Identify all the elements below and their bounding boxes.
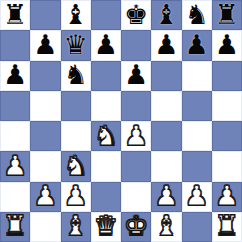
square-e8[interactable]: ♚ — [121, 0, 151, 30]
square-g4[interactable] — [182, 121, 212, 151]
square-d4[interactable]: ♞ — [91, 121, 121, 151]
black-pawn-piece[interactable]: ♟ — [33, 31, 57, 58]
square-f5[interactable] — [151, 91, 181, 121]
square-g2[interactable]: ♟ — [182, 182, 212, 212]
square-d5[interactable] — [91, 91, 121, 121]
square-h1[interactable]: ♜ — [212, 212, 242, 242]
square-b1[interactable] — [30, 212, 60, 242]
white-pawn-piece[interactable]: ♟ — [33, 182, 57, 209]
white-knight-piece[interactable]: ♞ — [94, 122, 118, 149]
black-rook-piece[interactable]: ♜ — [3, 1, 27, 28]
square-d6[interactable] — [91, 61, 121, 91]
black-queen-piece[interactable]: ♛ — [64, 31, 88, 58]
square-d2[interactable] — [91, 182, 121, 212]
square-e1[interactable]: ♚ — [121, 212, 151, 242]
square-h7[interactable]: ♟ — [212, 30, 242, 60]
square-a7[interactable] — [0, 30, 30, 60]
square-g5[interactable] — [182, 91, 212, 121]
black-knight-piece[interactable]: ♞ — [185, 1, 209, 28]
black-pawn-piece[interactable]: ♟ — [215, 31, 239, 58]
white-king-piece[interactable]: ♚ — [124, 212, 148, 239]
black-knight-piece[interactable]: ♞ — [64, 61, 88, 88]
black-bishop-piece[interactable]: ♝ — [64, 1, 88, 28]
square-a8[interactable]: ♜ — [0, 0, 30, 30]
chess-board: ♜♝♚♝♞♜♟♛♟♟♟♟♟♞♟♞♟♟♞♟♟♟♟♟♜♝♛♚♝♜ — [0, 0, 242, 242]
square-e7[interactable] — [121, 30, 151, 60]
square-g7[interactable]: ♟ — [182, 30, 212, 60]
square-b3[interactable] — [30, 151, 60, 181]
square-f4[interactable] — [151, 121, 181, 151]
square-h4[interactable] — [212, 121, 242, 151]
white-pawn-piece[interactable]: ♟ — [215, 182, 239, 209]
square-b6[interactable] — [30, 61, 60, 91]
square-c5[interactable] — [61, 91, 91, 121]
square-c1[interactable]: ♝ — [61, 212, 91, 242]
square-g3[interactable] — [182, 151, 212, 181]
white-pawn-piece[interactable]: ♟ — [154, 182, 178, 209]
black-pawn-piece[interactable]: ♟ — [154, 31, 178, 58]
square-b2[interactable]: ♟ — [30, 182, 60, 212]
square-g6[interactable] — [182, 61, 212, 91]
square-a6[interactable]: ♟ — [0, 61, 30, 91]
square-e2[interactable] — [121, 182, 151, 212]
square-g1[interactable] — [182, 212, 212, 242]
white-pawn-piece[interactable]: ♟ — [185, 182, 209, 209]
black-king-piece[interactable]: ♚ — [124, 1, 148, 28]
square-d3[interactable] — [91, 151, 121, 181]
white-queen-piece[interactable]: ♛ — [94, 212, 118, 239]
square-e4[interactable]: ♟ — [121, 121, 151, 151]
black-bishop-piece[interactable]: ♝ — [154, 1, 178, 28]
square-b8[interactable] — [30, 0, 60, 30]
square-f7[interactable]: ♟ — [151, 30, 181, 60]
square-a4[interactable] — [0, 121, 30, 151]
black-pawn-piece[interactable]: ♟ — [94, 31, 118, 58]
square-f1[interactable]: ♝ — [151, 212, 181, 242]
square-c3[interactable]: ♞ — [61, 151, 91, 181]
square-c4[interactable] — [61, 121, 91, 151]
square-a2[interactable] — [0, 182, 30, 212]
square-d8[interactable] — [91, 0, 121, 30]
square-h5[interactable] — [212, 91, 242, 121]
square-b4[interactable] — [30, 121, 60, 151]
square-f2[interactable]: ♟ — [151, 182, 181, 212]
black-pawn-piece[interactable]: ♟ — [124, 61, 148, 88]
square-d7[interactable]: ♟ — [91, 30, 121, 60]
white-pawn-piece[interactable]: ♟ — [64, 182, 88, 209]
white-pawn-piece[interactable]: ♟ — [3, 152, 27, 179]
square-h2[interactable]: ♟ — [212, 182, 242, 212]
square-c2[interactable]: ♟ — [61, 182, 91, 212]
white-bishop-piece[interactable]: ♝ — [64, 212, 88, 239]
white-bishop-piece[interactable]: ♝ — [154, 212, 178, 239]
square-a5[interactable] — [0, 91, 30, 121]
square-g8[interactable]: ♞ — [182, 0, 212, 30]
white-pawn-piece[interactable]: ♟ — [124, 122, 148, 149]
white-rook-piece[interactable]: ♜ — [3, 212, 27, 239]
square-b5[interactable] — [30, 91, 60, 121]
square-c8[interactable]: ♝ — [61, 0, 91, 30]
square-f6[interactable] — [151, 61, 181, 91]
square-a3[interactable]: ♟ — [0, 151, 30, 181]
square-h3[interactable] — [212, 151, 242, 181]
square-b7[interactable]: ♟ — [30, 30, 60, 60]
square-a1[interactable]: ♜ — [0, 212, 30, 242]
square-c7[interactable]: ♛ — [61, 30, 91, 60]
white-rook-piece[interactable]: ♜ — [215, 212, 239, 239]
square-h6[interactable] — [212, 61, 242, 91]
square-e3[interactable] — [121, 151, 151, 181]
square-f3[interactable] — [151, 151, 181, 181]
square-f8[interactable]: ♝ — [151, 0, 181, 30]
black-pawn-piece[interactable]: ♟ — [3, 61, 27, 88]
square-d1[interactable]: ♛ — [91, 212, 121, 242]
square-e5[interactable] — [121, 91, 151, 121]
white-knight-piece[interactable]: ♞ — [64, 152, 88, 179]
square-h8[interactable]: ♜ — [212, 0, 242, 30]
black-pawn-piece[interactable]: ♟ — [185, 31, 209, 58]
black-rook-piece[interactable]: ♜ — [215, 1, 239, 28]
square-c6[interactable]: ♞ — [61, 61, 91, 91]
square-e6[interactable]: ♟ — [121, 61, 151, 91]
